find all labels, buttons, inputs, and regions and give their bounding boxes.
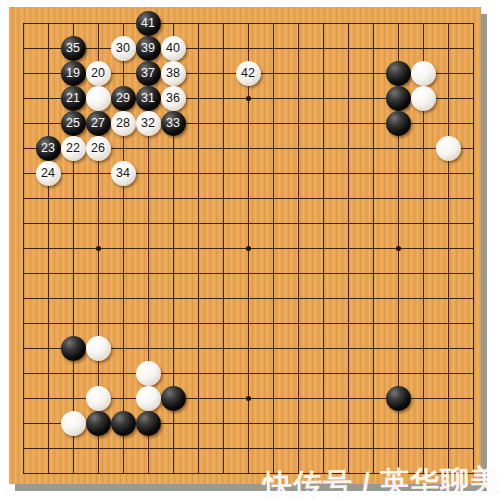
black-stone-move-29: 29 — [111, 86, 136, 111]
black-stone-move-23: 23 — [36, 136, 61, 161]
move-number-label: 27 — [91, 111, 105, 136]
move-number-label: 25 — [66, 111, 80, 136]
star-point — [396, 246, 401, 251]
white-stone-move-30: 30 — [111, 36, 136, 61]
grid-line-vertical — [298, 23, 299, 474]
black-stone — [386, 86, 411, 111]
black-stone — [136, 411, 161, 436]
move-number-label: 38 — [166, 61, 180, 86]
star-point — [246, 96, 251, 101]
white-stone — [86, 386, 111, 411]
move-number-label: 36 — [166, 86, 180, 111]
black-stone-move-31: 31 — [136, 86, 161, 111]
white-stone — [136, 386, 161, 411]
move-number-label: 30 — [116, 36, 130, 61]
black-stone — [386, 111, 411, 136]
grid-line-vertical — [373, 23, 374, 474]
move-number-label: 23 — [41, 136, 55, 161]
black-stone-move-37: 37 — [136, 61, 161, 86]
move-number-label: 31 — [141, 86, 155, 111]
black-stone — [161, 386, 186, 411]
white-stone — [86, 86, 111, 111]
go-board: 4135303940192037384221293136252728323323… — [9, 7, 481, 484]
white-stone-move-42: 42 — [236, 61, 261, 86]
white-stone — [411, 86, 436, 111]
black-stone-move-33: 33 — [161, 111, 186, 136]
white-stone — [136, 361, 161, 386]
grid-line-horizontal — [23, 448, 474, 449]
grid-line-horizontal — [23, 298, 474, 299]
move-number-label: 29 — [116, 86, 130, 111]
move-number-label: 37 — [141, 61, 155, 86]
move-number-label: 34 — [116, 161, 130, 186]
black-stone-move-27: 27 — [86, 111, 111, 136]
black-stone-move-41: 41 — [136, 11, 161, 36]
move-number-label: 39 — [141, 36, 155, 61]
move-number-label: 28 — [116, 111, 130, 136]
watermark-text: 快传号 / 英华聊美食 — [263, 460, 500, 500]
black-stone-move-39: 39 — [136, 36, 161, 61]
black-stone — [386, 61, 411, 86]
grid-line-horizontal — [23, 323, 474, 324]
black-stone — [86, 411, 111, 436]
white-stone — [436, 136, 461, 161]
grid-line-vertical — [473, 23, 474, 474]
white-stone — [86, 336, 111, 361]
black-stone — [111, 411, 136, 436]
white-stone-move-26: 26 — [86, 136, 111, 161]
black-stone — [61, 336, 86, 361]
black-stone — [386, 386, 411, 411]
move-number-label: 20 — [91, 61, 105, 86]
star-point — [246, 396, 251, 401]
white-stone-move-38: 38 — [161, 61, 186, 86]
white-stone-move-32: 32 — [136, 111, 161, 136]
white-stone-move-24: 24 — [36, 161, 61, 186]
move-number-label: 24 — [41, 161, 55, 186]
move-number-label: 42 — [241, 61, 255, 86]
white-stone-move-22: 22 — [61, 136, 86, 161]
grid-line-vertical — [323, 23, 324, 474]
move-number-label: 33 — [166, 111, 180, 136]
grid-line-horizontal — [23, 273, 474, 274]
white-stone-move-34: 34 — [111, 161, 136, 186]
black-stone-move-19: 19 — [61, 61, 86, 86]
grid-line-vertical — [448, 23, 449, 474]
move-number-label: 22 — [66, 136, 80, 161]
black-stone-move-21: 21 — [61, 86, 86, 111]
white-stone — [411, 61, 436, 86]
white-stone-move-36: 36 — [161, 86, 186, 111]
grid-line-vertical — [273, 23, 274, 474]
move-number-label: 21 — [66, 86, 80, 111]
white-stone-move-20: 20 — [86, 61, 111, 86]
grid-line-vertical — [348, 23, 349, 474]
black-stone-move-25: 25 — [61, 111, 86, 136]
grid-line-horizontal — [23, 373, 474, 374]
move-number-label: 41 — [141, 11, 155, 36]
white-stone-move-28: 28 — [111, 111, 136, 136]
move-number-label: 26 — [91, 136, 105, 161]
move-number-label: 35 — [66, 36, 80, 61]
star-point — [246, 246, 251, 251]
black-stone-move-35: 35 — [61, 36, 86, 61]
move-number-label: 32 — [141, 111, 155, 136]
white-stone-move-40: 40 — [161, 36, 186, 61]
move-number-label: 40 — [166, 36, 180, 61]
move-number-label: 19 — [66, 61, 80, 86]
star-point — [96, 246, 101, 251]
white-stone — [61, 411, 86, 436]
